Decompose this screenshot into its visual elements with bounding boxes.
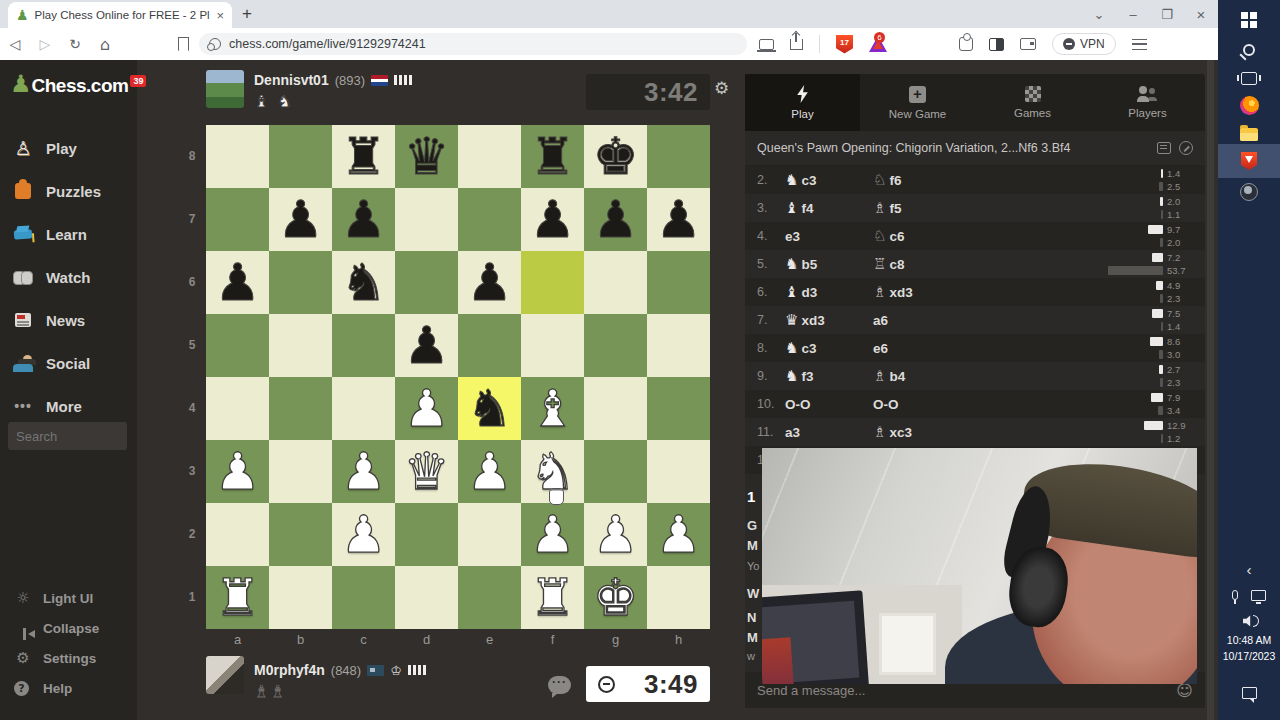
back-button[interactable]: ◁	[0, 36, 30, 52]
tab-new-game[interactable]: + New Game	[860, 74, 975, 131]
square-c4[interactable]	[332, 377, 395, 440]
black-piece-p[interactable]: ♟	[656, 188, 702, 251]
tab-search-icon[interactable]: ⌄	[1082, 7, 1116, 22]
square-h6[interactable]	[647, 251, 710, 314]
move-san: O-O	[873, 397, 899, 412]
rank-label-1: 1	[184, 566, 200, 629]
timer-icon	[598, 676, 615, 693]
notification-badge: 39	[130, 75, 146, 87]
browser-window: ♟ Play Chess Online for FREE - 2 Pl × + …	[0, 0, 1218, 720]
move-san: f4	[801, 201, 813, 216]
white-piece-q[interactable]: ♛	[404, 440, 450, 503]
move-list: 2.♞c3♘f61.42.53.♝f4♗f52.01.14.e3♘c69.72.…	[745, 166, 1205, 474]
black-move[interactable]: ♗f5	[873, 199, 1023, 217]
move-san: xd3	[889, 285, 912, 300]
square-b6[interactable]	[269, 251, 332, 314]
window	[879, 613, 936, 674]
new-tab-button[interactable]: +	[242, 4, 252, 24]
move-piece-icon: ♖	[873, 255, 886, 273]
white-piece-p[interactable]: ♟	[341, 503, 387, 566]
sidebar-item-settings[interactable]: ⚙ Settings	[14, 646, 96, 670]
chat-fragment: Yo	[747, 560, 759, 572]
chevron-icon: ‹	[1247, 561, 1252, 578]
white-piece-b[interactable]: ♝	[530, 377, 576, 440]
move-piece-icon: ♘	[873, 227, 886, 245]
move-san: a6	[873, 313, 888, 328]
square-d7[interactable]	[395, 188, 458, 251]
opponent-avatar[interactable]	[206, 70, 244, 108]
time-bar	[1152, 253, 1163, 262]
square-c5[interactable]	[332, 314, 395, 377]
time-bar	[1108, 266, 1163, 275]
black-piece-n[interactable]: ♞	[467, 377, 513, 440]
black-move[interactable]: O-O	[873, 397, 1023, 412]
white-move[interactable]: ♝f4	[785, 199, 873, 217]
black-move[interactable]: ♖c8	[873, 255, 1023, 273]
sidebar-item-social[interactable]: Social	[12, 348, 90, 378]
square-f2[interactable]: ♟	[521, 503, 584, 566]
chesscom-logo[interactable]: ♟ Chess.com 39	[10, 72, 146, 97]
black-piece-p[interactable]: ♟	[341, 188, 387, 251]
square-g6[interactable]	[584, 251, 647, 314]
chat-fragment: G	[747, 518, 757, 533]
square-e4[interactable]: ♞	[458, 377, 521, 440]
tab-players[interactable]: Players	[1090, 74, 1205, 131]
sidebar-item-watch[interactable]: Watch	[12, 262, 90, 292]
url-bar[interactable]: chess.com/game/live/91292974241	[199, 33, 747, 55]
time-value: 2.3	[1167, 293, 1191, 304]
square-a2[interactable]	[206, 503, 269, 566]
square-d4[interactable]: ♟	[395, 377, 458, 440]
move-row: 8.♞c3e68.63.0	[745, 334, 1205, 362]
time-bar	[1161, 434, 1164, 443]
white-move[interactable]: ♞b5	[785, 255, 873, 273]
opponent-bar: Dennisvt01 (893) ♝ ♞ 3:42	[206, 70, 710, 120]
file-label-e: e	[458, 631, 521, 649]
square-a4[interactable]	[206, 377, 269, 440]
white-move[interactable]: ♞f3	[785, 367, 873, 385]
white-piece-p[interactable]: ♟	[593, 503, 639, 566]
rank-label-3: 3	[184, 440, 200, 503]
ellipsis-icon: •••	[14, 398, 32, 414]
move-times: 1.42.5	[1081, 168, 1191, 192]
square-e8[interactable]	[458, 125, 521, 188]
reload-button[interactable]: ↻	[60, 36, 90, 52]
move-row: 2.♞c3♘f61.42.5	[745, 166, 1205, 194]
square-d8[interactable]: ♛	[395, 125, 458, 188]
square-d1[interactable]	[395, 566, 458, 629]
square-f5[interactable]	[521, 314, 584, 377]
square-e1[interactable]	[458, 566, 521, 629]
move-san: c3	[801, 173, 816, 188]
hand-cursor	[549, 488, 564, 505]
reading-mode-icon[interactable]	[759, 39, 774, 50]
brave-icon	[1241, 152, 1257, 170]
black-piece-p[interactable]: ♟	[467, 251, 513, 314]
search-input[interactable]	[8, 422, 127, 450]
white-move[interactable]: ♝d3	[785, 283, 873, 301]
square-d2[interactable]	[395, 503, 458, 566]
minimize-button[interactable]: –	[1116, 7, 1150, 22]
square-b3[interactable]	[269, 440, 332, 503]
move-number: 4.	[757, 229, 785, 243]
tab-close-icon[interactable]: ×	[216, 9, 224, 22]
captured-pieces-top: ♝ ♞	[254, 92, 294, 111]
move-number: 8.	[757, 341, 785, 355]
square-b7[interactable]: ♟	[269, 188, 332, 251]
square-h7[interactable]: ♟	[647, 188, 710, 251]
move-row: 5.♞b5♖c87.253.7	[745, 250, 1205, 278]
scrollbar[interactable]	[1207, 60, 1214, 720]
white-piece-r[interactable]: ♜	[530, 566, 576, 629]
move-san: f6	[889, 173, 901, 188]
move-piece-icon: ♞	[785, 255, 798, 273]
bookmark-icon[interactable]	[178, 37, 189, 51]
square-f6[interactable]	[521, 251, 584, 314]
close-button[interactable]: ×	[1184, 6, 1218, 23]
square-c1[interactable]	[332, 566, 395, 629]
move-san: f5	[889, 201, 901, 216]
white-piece-p[interactable]: ♟	[656, 503, 702, 566]
taskbar-brave-active[interactable]	[1218, 144, 1280, 178]
square-g1[interactable]: ♚	[584, 566, 647, 629]
square-c7[interactable]: ♟	[332, 188, 395, 251]
vpn-label: VPN	[1080, 37, 1105, 51]
chat-fragment: M	[747, 630, 758, 645]
black-piece-k[interactable]: ♚	[593, 125, 639, 188]
search-icon	[1243, 44, 1255, 56]
sidebar-item-puzzles[interactable]: Puzzles	[12, 176, 101, 206]
white-move[interactable]: e3	[785, 229, 873, 244]
white-piece-p[interactable]: ♟	[341, 440, 387, 503]
move-san: O-O	[785, 397, 811, 412]
square-d6[interactable]	[395, 251, 458, 314]
move-row: 4.e3♘c69.72.0	[745, 222, 1205, 250]
square-g7[interactable]: ♟	[584, 188, 647, 251]
file-label-c: c	[332, 631, 395, 649]
move-number: 9.	[757, 369, 785, 383]
rank-label-8: 8	[184, 125, 200, 188]
time-value: 4.9	[1167, 280, 1191, 291]
time-value: 1.4	[1167, 321, 1191, 332]
square-d3[interactable]: ♛	[395, 440, 458, 503]
notification-icon	[1242, 687, 1257, 699]
move-number: 7.	[757, 313, 785, 327]
rank-label-5: 5	[184, 314, 200, 377]
square-e7[interactable]	[458, 188, 521, 251]
black-piece-p[interactable]: ♟	[593, 188, 639, 251]
menu-icon[interactable]	[1132, 39, 1147, 50]
sidebar-item-help[interactable]: ? Help	[14, 676, 72, 700]
move-row: 11.a3♗xc312.91.2	[745, 418, 1205, 446]
move-number: 6.	[757, 285, 785, 299]
taskbar-time[interactable]: 10:48 AM	[1218, 634, 1280, 646]
white-move[interactable]: ♛xd3	[785, 311, 873, 329]
membership-crown-icon: ♔	[390, 663, 402, 678]
white-piece-k[interactable]: ♚	[593, 566, 639, 629]
square-b8[interactable]	[269, 125, 332, 188]
square-g8[interactable]: ♚	[584, 125, 647, 188]
time-bar	[1160, 378, 1163, 387]
window-controls: ⌄ – ❐ ×	[1082, 0, 1218, 28]
url-text[interactable]: chess.com/game/live/91292974241	[229, 37, 426, 51]
square-g2[interactable]: ♟	[584, 503, 647, 566]
vpn-button[interactable]: VPN	[1052, 33, 1116, 55]
square-f1[interactable]: ♜	[521, 566, 584, 629]
graduation-cap-icon	[14, 229, 33, 239]
time-value: 9.7	[1167, 224, 1191, 235]
site-permissions-icon[interactable]	[209, 38, 221, 50]
black-move[interactable]: ♗xd3	[873, 283, 1023, 301]
time-bar	[1160, 197, 1163, 206]
sidebar-item-light-ui[interactable]: ☼ Light UI	[14, 586, 93, 610]
move-number: 10.	[757, 397, 785, 411]
chess-board[interactable]: ♜♛♜♚♟♟♟♟♟♟♞♟♟♟♞♝♟♟♛♟♞♟♟♟♟♜♜♚	[206, 125, 710, 629]
square-a1[interactable]: ♜	[206, 566, 269, 629]
board-settings-gear-icon[interactable]: ⚙	[714, 78, 729, 98]
connection-bars-icon	[394, 75, 412, 85]
black-move[interactable]: ♗xc3	[873, 423, 1023, 441]
move-piece-icon: ♗	[873, 199, 886, 217]
taskbar-obs[interactable]	[1218, 175, 1280, 209]
file-label-b: b	[269, 631, 332, 649]
square-e2[interactable]	[458, 503, 521, 566]
square-a3[interactable]: ♟	[206, 440, 269, 503]
white-piece-p[interactable]: ♟	[530, 503, 576, 566]
time-value: 7.5	[1167, 308, 1191, 319]
square-e6[interactable]: ♟	[458, 251, 521, 314]
rank-label-6: 6	[184, 251, 200, 314]
move-number: 2.	[757, 173, 785, 187]
square-b4[interactable]	[269, 377, 332, 440]
opponent-clock: 3:42	[586, 74, 710, 110]
square-b5[interactable]	[269, 314, 332, 377]
sidebar-item-more[interactable]: ••• More	[12, 391, 82, 421]
move-san: c6	[889, 229, 904, 244]
display-icon[interactable]	[1251, 590, 1266, 601]
screen: ♟ Play Chess Online for FREE - 2 Pl × + …	[0, 0, 1280, 720]
square-c6[interactable]: ♞	[332, 251, 395, 314]
square-b2[interactable]	[269, 503, 332, 566]
opening-bar[interactable]: Queen's Pawn Opening: Chigorin Variation…	[745, 131, 1205, 166]
square-h1[interactable]	[647, 566, 710, 629]
move-san: b5	[801, 257, 817, 272]
tab-favicon-pawn-icon: ♟	[16, 8, 29, 22]
volume-button[interactable]	[1218, 604, 1280, 638]
white-piece-p[interactable]: ♟	[215, 440, 261, 503]
microphone-icon[interactable]	[1232, 590, 1238, 600]
chat-placeholder: Send a message...	[757, 683, 1176, 698]
toolbar-divider	[819, 35, 820, 53]
newspaper-icon	[15, 313, 31, 327]
chat-fragment: N	[747, 610, 756, 625]
action-center-button[interactable]	[1218, 676, 1280, 710]
black-move[interactable]: ♘f6	[873, 171, 1023, 189]
square-e5[interactable]	[458, 314, 521, 377]
square-h8[interactable]	[647, 125, 710, 188]
white-move[interactable]: ♞c3	[785, 171, 873, 189]
square-d5[interactable]: ♟	[395, 314, 458, 377]
start-button[interactable]	[1218, 3, 1280, 37]
time-value: 2.3	[1167, 377, 1191, 388]
square-c2[interactable]: ♟	[332, 503, 395, 566]
move-times: 7.93.4	[1081, 392, 1191, 416]
move-number: 5.	[757, 257, 785, 271]
home-button[interactable]: ⌂	[90, 35, 120, 54]
move-times: 9.72.0	[1081, 224, 1191, 248]
player-avatar[interactable]	[206, 656, 244, 694]
white-move[interactable]: ♞c3	[785, 339, 873, 357]
move-piece-icon: ♞	[785, 339, 798, 357]
player-bar: M0rphyf4n (848) ♔ ♝♝ 3:49	[206, 656, 710, 706]
move-times: 2.72.3	[1081, 364, 1191, 388]
taskbar-date[interactable]: 10/17/2023	[1218, 650, 1280, 662]
square-g3[interactable]	[584, 440, 647, 503]
time-bar	[1160, 294, 1163, 303]
square-e3[interactable]: ♟	[458, 440, 521, 503]
time-bar	[1144, 421, 1163, 430]
move-piece-icon: ♘	[873, 171, 886, 189]
chat-bubble-icon[interactable]	[548, 676, 571, 694]
sidebar-item-play[interactable]: ♙ Play	[12, 133, 77, 163]
black-piece-p[interactable]: ♟	[215, 251, 261, 314]
browser-tab[interactable]: ♟ Play Chess Online for FREE - 2 Pl ×	[8, 2, 232, 28]
people-icon	[13, 355, 33, 371]
square-a6[interactable]: ♟	[206, 251, 269, 314]
square-c3[interactable]: ♟	[332, 440, 395, 503]
square-a8[interactable]	[206, 125, 269, 188]
book-icon[interactable]	[1157, 142, 1171, 154]
sidebar-item-collapse[interactable]: Collapse	[14, 616, 99, 640]
extensions-icon[interactable]	[959, 37, 973, 51]
restore-button[interactable]: ❐	[1150, 7, 1184, 22]
tab-play[interactable]: Play	[745, 74, 860, 131]
square-g4[interactable]	[584, 377, 647, 440]
connection-bars-icon	[408, 665, 426, 675]
black-piece-r[interactable]: ♜	[341, 125, 387, 188]
square-a5[interactable]	[206, 314, 269, 377]
tab-bar: ♟ Play Chess Online for FREE - 2 Pl × + …	[0, 0, 1218, 28]
time-value: 2.7	[1167, 364, 1191, 375]
logo-pawn-icon: ♟	[10, 72, 32, 96]
move-piece-icon: ♞	[785, 367, 798, 385]
black-piece-p[interactable]: ♟	[404, 314, 450, 377]
forward-button[interactable]: ▷	[30, 36, 60, 52]
black-piece-n[interactable]: ♞	[341, 251, 387, 314]
wallet-icon[interactable]	[1020, 38, 1036, 50]
move-row: 3.♝f4♗f52.01.1	[745, 194, 1205, 222]
move-piece-icon: ♛	[785, 311, 798, 329]
sidebar-item-learn[interactable]: Learn	[12, 219, 87, 249]
black-move[interactable]: ♗b4	[873, 367, 1023, 385]
monitor	[762, 591, 870, 684]
time-bar	[1159, 350, 1164, 359]
move-times: 12.91.2	[1081, 420, 1191, 444]
square-b1[interactable]	[269, 566, 332, 629]
square-f8[interactable]: ♜	[521, 125, 584, 188]
time-bar	[1156, 281, 1163, 290]
time-bar	[1160, 238, 1163, 247]
lightning-icon	[796, 85, 810, 103]
sidebar-toggle-icon[interactable]	[989, 38, 1004, 51]
square-f4[interactable]: ♝	[521, 377, 584, 440]
black-piece-p[interactable]: ♟	[278, 188, 324, 251]
black-move[interactable]: e6	[873, 341, 1023, 356]
square-f7[interactable]: ♟	[521, 188, 584, 251]
black-move[interactable]: ♘c6	[873, 227, 1023, 245]
square-g5[interactable]	[584, 314, 647, 377]
move-row: 7.♛xd3a67.51.4	[745, 306, 1205, 334]
black-piece-q[interactable]: ♛	[404, 125, 450, 188]
time-value: 2.0	[1167, 196, 1191, 207]
move-times: 2.01.1	[1081, 196, 1191, 220]
white-piece-p[interactable]: ♟	[467, 440, 513, 503]
square-a7[interactable]	[206, 188, 269, 251]
time-value: 8.6	[1167, 336, 1191, 347]
move-times: 4.92.3	[1081, 280, 1191, 304]
square-c8[interactable]: ♜	[332, 125, 395, 188]
move-piece-icon: ♗	[873, 283, 886, 301]
white-move[interactable]: a3	[785, 425, 873, 440]
move-san: b4	[889, 369, 905, 384]
time-bar	[1150, 337, 1163, 346]
square-h4[interactable]	[647, 377, 710, 440]
rank-label-7: 7	[184, 188, 200, 251]
time-bar	[1152, 309, 1163, 318]
square-h2[interactable]: ♟	[647, 503, 710, 566]
player-clock: 3:49	[586, 666, 710, 702]
move-san: e3	[785, 229, 800, 244]
share-icon[interactable]	[790, 39, 803, 50]
move-san: f3	[801, 369, 813, 384]
time-bar	[1161, 169, 1164, 178]
time-bar	[1159, 182, 1163, 191]
square-h3[interactable]	[647, 440, 710, 503]
rank-label-2: 2	[184, 503, 200, 566]
move-san: xd3	[801, 313, 824, 328]
file-label-a: a	[206, 631, 269, 649]
brave-shield-icon[interactable]: 17	[836, 35, 853, 54]
netherlands-flag-icon	[371, 75, 388, 86]
black-piece-r[interactable]: ♜	[530, 125, 576, 188]
tab-title: Play Chess Online for FREE - 2 Pl	[35, 9, 211, 21]
black-piece-p[interactable]: ♟	[530, 188, 576, 251]
player-name[interactable]: M0rphyf4n	[254, 662, 325, 678]
firefox-icon	[1240, 96, 1259, 115]
chat-fragment: W	[747, 586, 759, 601]
play-pawn-icon: ♙	[14, 137, 31, 159]
move-times: 8.63.0	[1081, 336, 1191, 360]
sidebar-item-news[interactable]: News	[12, 305, 85, 335]
explorer-compass-icon[interactable]	[1179, 141, 1193, 155]
move-row: 10.O-OO-O7.93.4	[745, 390, 1205, 418]
square-h5[interactable]	[647, 314, 710, 377]
white-piece-p[interactable]: ♟	[404, 377, 450, 440]
white-move[interactable]: O-O	[785, 397, 873, 412]
time-bar	[1158, 406, 1163, 415]
board-grid-icon	[1025, 86, 1041, 102]
adblock-extension-icon[interactable]: 6	[869, 36, 887, 52]
tab-games[interactable]: Games	[975, 74, 1090, 131]
black-move[interactable]: a6	[873, 313, 1023, 328]
gear-icon: ⚙	[14, 649, 32, 667]
opponent-name[interactable]: Dennisvt01	[254, 72, 329, 88]
white-piece-r[interactable]: ♜	[215, 566, 261, 629]
time-bar	[1148, 225, 1163, 234]
chat-fragment: M	[747, 538, 758, 553]
speaker-wave-icon	[1253, 615, 1259, 627]
time-value: 3.4	[1167, 405, 1191, 416]
